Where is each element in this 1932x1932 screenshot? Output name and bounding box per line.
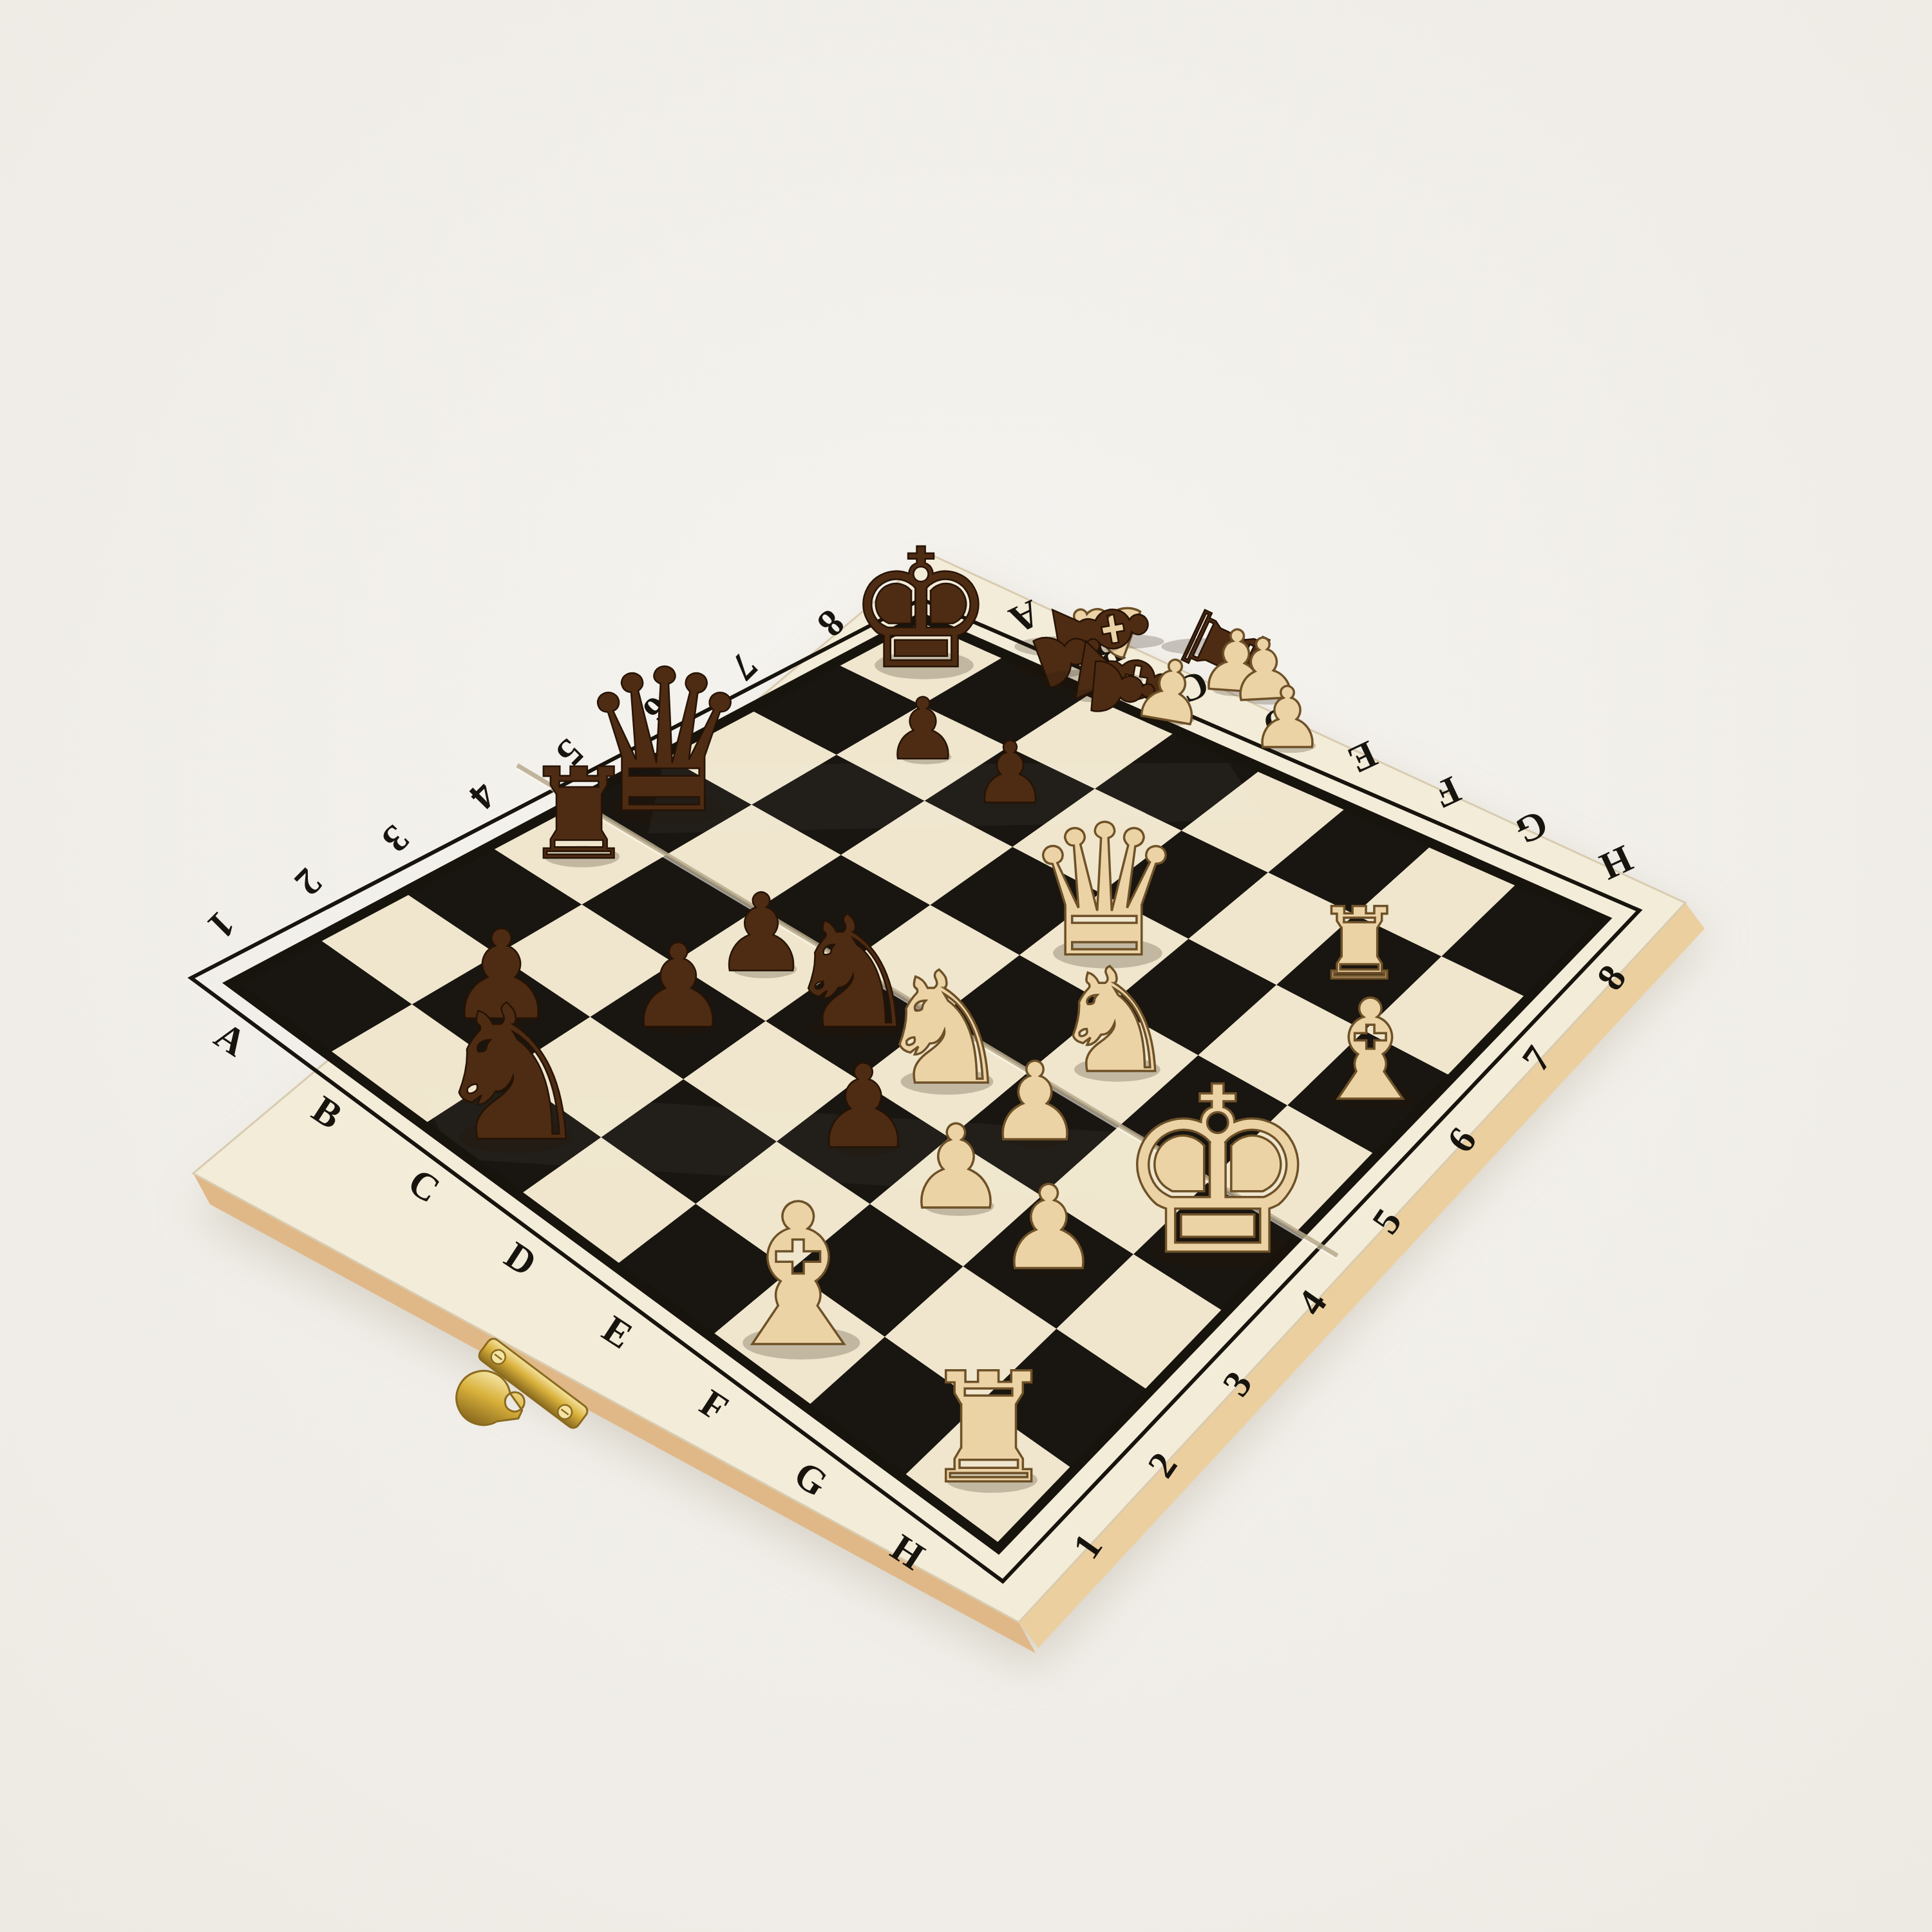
svg-text:♚: ♚ xyxy=(1115,1038,1321,1305)
svg-text:♟: ♟ xyxy=(997,1161,1100,1295)
piece-black-pawn-c3[interactable]: ♟ xyxy=(627,920,730,1054)
piece-black-king-a8[interactable]: ♚ xyxy=(847,513,995,705)
svg-text:♝: ♝ xyxy=(710,1162,886,1390)
svg-text:♚: ♚ xyxy=(847,513,995,705)
piece-black-pawn-e3[interactable]: ♟ xyxy=(812,1040,915,1174)
piece-white-bishop-h6[interactable]: ♝ xyxy=(1309,970,1433,1132)
svg-text:♜: ♜ xyxy=(920,1340,1057,1517)
svg-text:♞: ♞ xyxy=(429,965,596,1182)
chessboard-photo: Overhead angled photo of a folding woode… xyxy=(0,0,1932,1932)
piece-black-pawn-b7[interactable]: ♟ xyxy=(885,679,961,779)
piece-white-pawn-g3[interactable]: ♟ xyxy=(997,1161,1100,1295)
piece-white-bishop-f1[interactable]: ♝ xyxy=(710,1162,886,1390)
svg-text:♜: ♜ xyxy=(522,741,635,887)
piece-white-king-h4[interactable]: ♚ xyxy=(1115,1038,1321,1305)
svg-text:♟: ♟ xyxy=(904,1101,1007,1235)
svg-text:♟: ♟ xyxy=(885,679,961,779)
piece-white-rook-h1[interactable]: ♜ xyxy=(920,1340,1057,1517)
piece-black-rook-a4[interactable]: ♜ xyxy=(522,741,635,887)
piece-black-knight-c1[interactable]: ♞ xyxy=(429,965,596,1182)
piece-white-pawn-offboard[interactable]: ♟ xyxy=(1250,669,1325,767)
photo-scene: Overhead angled photo of a folding woode… xyxy=(0,0,1932,1932)
svg-text:♟: ♟ xyxy=(627,920,730,1054)
svg-text:♟: ♟ xyxy=(1250,669,1325,767)
piece-white-pawn-f3[interactable]: ♟ xyxy=(904,1101,1007,1235)
svg-text:♝: ♝ xyxy=(1309,970,1433,1132)
svg-text:♟: ♟ xyxy=(812,1040,915,1174)
